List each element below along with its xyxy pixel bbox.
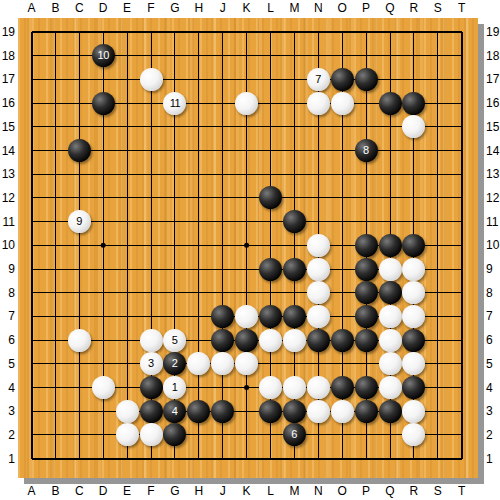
column-label-top-M: M <box>284 1 304 15</box>
column-label-top-D: D <box>93 1 113 15</box>
column-label-top-L: L <box>261 1 281 15</box>
stone-black-O4[interactable] <box>331 376 354 399</box>
stone-black-P6[interactable] <box>355 329 378 352</box>
stone-black-P9[interactable] <box>355 258 378 281</box>
stone-white-M4[interactable] <box>283 376 306 399</box>
column-label-bottom-L: L <box>261 484 281 498</box>
row-label-right-3: 3 <box>486 404 500 418</box>
stone-black-L7[interactable] <box>259 305 282 328</box>
stone-black-D18[interactable]: 10 <box>92 44 115 67</box>
stone-black-Q8[interactable] <box>379 281 402 304</box>
stone-white-C6[interactable] <box>68 329 91 352</box>
stone-white-Q6[interactable] <box>379 329 402 352</box>
stone-black-Q10[interactable] <box>379 234 402 257</box>
row-label-left-17: 17 <box>0 72 15 86</box>
row-label-left-10: 10 <box>0 238 15 252</box>
stone-white-N16[interactable] <box>307 92 330 115</box>
row-label-right-10: 10 <box>486 238 500 252</box>
row-label-left-11: 11 <box>0 215 15 229</box>
stone-black-P7[interactable] <box>355 305 378 328</box>
row-label-right-16: 16 <box>486 96 500 110</box>
stone-white-E2[interactable] <box>116 423 139 446</box>
stone-black-K6[interactable] <box>235 329 258 352</box>
row-label-left-8: 8 <box>0 286 15 300</box>
stone-black-R6[interactable] <box>402 329 425 352</box>
stone-black-M11[interactable] <box>283 210 306 233</box>
stone-white-Q4[interactable] <box>379 376 402 399</box>
stone-white-N10[interactable] <box>307 234 330 257</box>
stone-black-C14[interactable] <box>68 139 91 162</box>
column-label-top-F: F <box>141 1 161 15</box>
stone-white-K7[interactable] <box>235 305 258 328</box>
stone-black-D16[interactable] <box>92 92 115 115</box>
row-label-left-5: 5 <box>0 357 15 371</box>
column-label-bottom-A: A <box>22 484 42 498</box>
column-label-bottom-F: F <box>141 484 161 498</box>
stone-white-F17[interactable] <box>140 68 163 91</box>
star-point-D10 <box>101 243 106 248</box>
stone-black-F4[interactable] <box>140 376 163 399</box>
column-label-top-A: A <box>22 1 42 15</box>
row-label-right-6: 6 <box>486 333 500 347</box>
row-label-right-4: 4 <box>486 381 500 395</box>
stone-white-Q9[interactable] <box>379 258 402 281</box>
stone-white-E3[interactable] <box>116 400 139 423</box>
column-label-top-S: S <box>428 1 448 15</box>
stone-white-R3[interactable] <box>402 400 425 423</box>
column-label-bottom-K: K <box>237 484 257 498</box>
row-label-left-16: 16 <box>0 96 15 110</box>
row-label-right-2: 2 <box>486 428 500 442</box>
row-label-left-6: 6 <box>0 333 15 347</box>
stone-white-G16[interactable]: 11 <box>163 92 186 115</box>
column-label-top-C: C <box>69 1 89 15</box>
column-label-top-J: J <box>213 1 233 15</box>
stone-black-J3[interactable] <box>211 400 234 423</box>
stone-white-R9[interactable] <box>402 258 425 281</box>
column-label-bottom-T: T <box>452 484 472 498</box>
stone-white-D4[interactable] <box>92 376 115 399</box>
column-label-bottom-N: N <box>308 484 328 498</box>
stone-black-J6[interactable] <box>211 329 234 352</box>
row-label-right-18: 18 <box>486 49 500 63</box>
column-label-bottom-J: J <box>213 484 233 498</box>
row-label-right-12: 12 <box>486 191 500 205</box>
column-label-bottom-M: M <box>284 484 304 498</box>
stone-white-N8[interactable] <box>307 281 330 304</box>
column-label-bottom-B: B <box>45 484 65 498</box>
row-label-right-15: 15 <box>486 120 500 134</box>
row-label-right-8: 8 <box>486 286 500 300</box>
row-label-right-5: 5 <box>486 357 500 371</box>
row-label-right-1: 1 <box>486 452 500 466</box>
row-label-right-7: 7 <box>486 309 500 323</box>
stone-white-F5[interactable]: 3 <box>140 352 163 375</box>
star-point-K4 <box>244 385 249 390</box>
stone-white-L6[interactable] <box>259 329 282 352</box>
star-point-K10 <box>244 243 249 248</box>
stone-white-M6[interactable] <box>283 329 306 352</box>
column-label-top-T: T <box>452 1 472 15</box>
column-label-bottom-P: P <box>356 484 376 498</box>
stone-white-Q7[interactable] <box>379 305 402 328</box>
stone-white-O16[interactable] <box>331 92 354 115</box>
stone-white-G6[interactable]: 5 <box>163 329 186 352</box>
row-label-left-18: 18 <box>0 49 15 63</box>
row-label-right-17: 17 <box>486 72 500 86</box>
column-label-top-P: P <box>356 1 376 15</box>
row-label-left-4: 4 <box>0 381 15 395</box>
row-label-left-7: 7 <box>0 309 15 323</box>
row-label-right-11: 11 <box>486 215 500 229</box>
row-label-left-3: 3 <box>0 404 15 418</box>
row-label-left-15: 15 <box>0 120 15 134</box>
stone-black-M3[interactable] <box>283 400 306 423</box>
stone-black-F3[interactable] <box>140 400 163 423</box>
column-label-bottom-R: R <box>404 484 424 498</box>
stone-black-P17[interactable] <box>355 68 378 91</box>
stone-black-G3[interactable]: 4 <box>163 400 186 423</box>
stone-white-N3[interactable] <box>307 400 330 423</box>
row-label-left-2: 2 <box>0 428 15 442</box>
row-label-right-13: 13 <box>486 167 500 181</box>
stone-black-O6[interactable] <box>331 329 354 352</box>
go-diagram: AABBCCDDEEFFGGHHJJKKLLMMNNOOPPQQRRSSTT19… <box>0 0 500 500</box>
row-label-right-19: 19 <box>486 25 500 39</box>
column-label-top-E: E <box>117 1 137 15</box>
column-label-top-N: N <box>308 1 328 15</box>
stone-white-L4[interactable] <box>259 376 282 399</box>
column-label-top-K: K <box>237 1 257 15</box>
stone-black-Q3[interactable] <box>379 400 402 423</box>
column-label-bottom-O: O <box>332 484 352 498</box>
stone-black-P10[interactable] <box>355 234 378 257</box>
stone-black-O17[interactable] <box>331 68 354 91</box>
row-label-left-19: 19 <box>0 25 15 39</box>
stone-white-N17[interactable]: 7 <box>307 68 330 91</box>
stone-black-P3[interactable] <box>355 400 378 423</box>
row-label-right-14: 14 <box>486 144 500 158</box>
column-label-top-R: R <box>404 1 424 15</box>
stone-black-R16[interactable] <box>402 92 425 115</box>
stone-black-Q16[interactable] <box>379 92 402 115</box>
column-label-top-G: G <box>165 1 185 15</box>
stone-black-N6[interactable] <box>307 329 330 352</box>
stone-black-P8[interactable] <box>355 281 378 304</box>
stone-white-O3[interactable] <box>331 400 354 423</box>
stone-black-L3[interactable] <box>259 400 282 423</box>
column-label-bottom-Q: Q <box>380 484 400 498</box>
stone-black-M9[interactable] <box>283 258 306 281</box>
column-label-bottom-H: H <box>189 484 209 498</box>
row-label-left-13: 13 <box>0 167 15 181</box>
stone-black-P14[interactable]: 8 <box>355 139 378 162</box>
column-label-bottom-E: E <box>117 484 137 498</box>
stone-white-F2[interactable] <box>140 423 163 446</box>
grid-lines <box>0 0 500 500</box>
stone-black-P4[interactable] <box>355 376 378 399</box>
stone-black-H3[interactable] <box>187 400 210 423</box>
column-label-top-O: O <box>332 1 352 15</box>
column-label-bottom-G: G <box>165 484 185 498</box>
row-label-left-1: 1 <box>0 452 15 466</box>
column-label-top-B: B <box>45 1 65 15</box>
stone-black-M7[interactable] <box>283 305 306 328</box>
stone-white-N7[interactable] <box>307 305 330 328</box>
stone-white-C11[interactable]: 9 <box>68 210 91 233</box>
column-label-bottom-S: S <box>428 484 448 498</box>
stone-white-N9[interactable] <box>307 258 330 281</box>
row-label-right-9: 9 <box>486 262 500 276</box>
stone-white-Q5[interactable] <box>379 352 402 375</box>
column-label-top-Q: Q <box>380 1 400 15</box>
column-label-bottom-C: C <box>69 484 89 498</box>
column-label-top-H: H <box>189 1 209 15</box>
stone-black-J7[interactable] <box>211 305 234 328</box>
row-label-left-14: 14 <box>0 144 15 158</box>
row-label-left-12: 12 <box>0 191 15 205</box>
stone-white-F6[interactable] <box>140 329 163 352</box>
stone-white-K16[interactable] <box>235 92 258 115</box>
column-label-bottom-D: D <box>93 484 113 498</box>
stone-black-L9[interactable] <box>259 258 282 281</box>
row-label-left-9: 9 <box>0 262 15 276</box>
stone-white-N4[interactable] <box>307 376 330 399</box>
